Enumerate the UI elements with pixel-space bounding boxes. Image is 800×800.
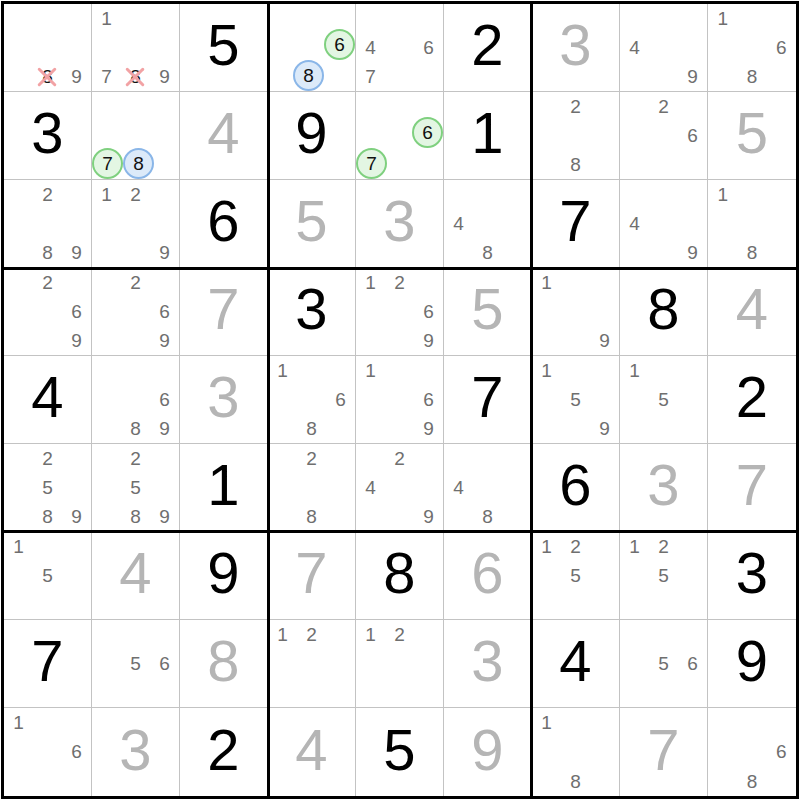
candidate-slot-2: 2	[297, 620, 326, 649]
candidate-2: 2	[570, 97, 581, 116]
candidate-5: 5	[570, 390, 581, 409]
sudoku-board: 8917895684672349168378496712826528912965…	[1, 1, 799, 799]
candidate-slot-5: 5	[33, 473, 62, 502]
candidate-slot-1: 1	[620, 356, 649, 385]
cell-r4c1[interactable]: 269	[4, 268, 92, 356]
pencil-marks: 168	[708, 4, 796, 91]
candidate-8-crossed: 8	[42, 67, 53, 86]
candidate-slot-8: 8	[297, 414, 326, 443]
candidate-9: 9	[423, 507, 434, 526]
cell-r1c8[interactable]: 49	[620, 4, 708, 92]
pencil-marks: 18	[708, 180, 796, 267]
candidate-9: 9	[599, 331, 610, 350]
candidate-slot-6: 6	[62, 297, 91, 326]
candidate-slot-2: 2	[561, 92, 590, 121]
cell-r7c2[interactable]: 4	[92, 532, 180, 620]
candidate-4: 4	[629, 38, 640, 57]
candidate-slot-9: 9	[150, 326, 179, 355]
candidate-2: 2	[394, 449, 405, 468]
candidate-2: 2	[658, 537, 669, 556]
candidate-9: 9	[687, 243, 698, 262]
cell-r8c5[interactable]: 12	[356, 620, 444, 708]
candidate-slot-2: 2	[649, 532, 678, 561]
cell-r8c4[interactable]: 12	[268, 620, 356, 708]
cell-value-given: 9	[180, 532, 267, 619]
cell-r5c7[interactable]: 159	[532, 356, 620, 444]
candidate-slot-9: 9	[590, 326, 619, 355]
candidate-1: 1	[101, 9, 112, 28]
candidate-1: 1	[365, 625, 376, 644]
cell-r2c9[interactable]: 5	[708, 92, 796, 180]
candidate-slot-5: 5	[649, 385, 678, 414]
candidate-slot-9: 9	[150, 414, 179, 443]
candidate-1: 1	[717, 185, 728, 204]
candidate-1: 1	[365, 273, 376, 292]
cell-r8c2[interactable]: 56	[92, 620, 180, 708]
cell-r3c3[interactable]: 6	[180, 180, 268, 268]
candidate-8: 8	[570, 155, 581, 174]
candidate-9: 9	[71, 507, 82, 526]
candidate-slot-5: 5	[121, 473, 150, 502]
candidate-6-circled-green: 6	[324, 29, 355, 60]
cell-r1c4[interactable]: 68	[268, 4, 356, 92]
candidate-slot-8: 8	[561, 767, 590, 796]
candidate-slot-9: 9	[414, 414, 443, 443]
candidate-6: 6	[159, 654, 170, 673]
cell-r5c9[interactable]: 2	[708, 356, 796, 444]
cell-r7c3[interactable]: 9	[180, 532, 268, 620]
cell-r8c6[interactable]: 3	[444, 620, 532, 708]
candidate-9: 9	[687, 67, 698, 86]
candidate-6: 6	[776, 742, 787, 761]
candidate-slot-6: 6	[324, 29, 355, 60]
candidate-slot-6: 6	[414, 385, 443, 414]
cell-r7c4[interactable]: 7	[268, 532, 356, 620]
candidate-slot-2: 2	[297, 444, 326, 473]
candidate-slot-7: 7	[92, 148, 123, 179]
candidate-1: 1	[541, 537, 552, 556]
cell-r4c9[interactable]: 4	[708, 268, 796, 356]
cell-value-solved: 7	[268, 532, 355, 619]
candidate-6: 6	[159, 302, 170, 321]
cell-value-given: 3	[268, 268, 355, 355]
candidate-slot-1: 1	[620, 532, 649, 561]
candidate-8: 8	[482, 507, 493, 526]
candidate-1: 1	[541, 713, 552, 732]
candidate-slot-9: 9	[150, 502, 179, 531]
cell-value-solved: 3	[620, 444, 707, 531]
cell-value-given: 7	[532, 180, 619, 267]
candidate-9: 9	[423, 419, 434, 438]
candidate-slot-7: 7	[356, 62, 385, 91]
cell-value-given: 1	[444, 92, 531, 179]
candidate-slot-8: 8	[473, 238, 502, 267]
cell-r2c8[interactable]: 26	[620, 92, 708, 180]
candidate-slot-5: 5	[121, 649, 150, 678]
candidate-slot-6: 6	[150, 297, 179, 326]
cell-r3c1[interactable]: 289	[4, 180, 92, 268]
pencil-marks: 15	[4, 532, 91, 619]
cell-r1c1[interactable]: 89	[4, 4, 92, 92]
cell-r4c2[interactable]: 269	[92, 268, 180, 356]
pencil-marks: 2589	[92, 444, 179, 531]
pencil-marks: 28	[268, 444, 355, 531]
cell-r2c4[interactable]: 9	[268, 92, 356, 180]
candidate-1: 1	[277, 625, 288, 644]
candidate-slot-2: 2	[121, 268, 150, 297]
candidate-slot-6: 6	[767, 737, 796, 766]
cell-r8c7[interactable]: 4	[532, 620, 620, 708]
candidate-8: 8	[482, 243, 493, 262]
candidate-2: 2	[394, 625, 405, 644]
cell-r7c9[interactable]: 3	[708, 532, 796, 620]
pencil-marks: 78	[92, 92, 179, 179]
candidate-1: 1	[101, 185, 112, 204]
candidate-slot-7: 7	[92, 62, 121, 91]
candidate-5: 5	[658, 566, 669, 585]
candidate-slot-4: 4	[620, 209, 649, 238]
candidate-5: 5	[658, 654, 669, 673]
cell-r5c1[interactable]: 4	[4, 356, 92, 444]
candidate-9: 9	[71, 67, 82, 86]
candidate-8: 8	[130, 419, 141, 438]
candidate-9: 9	[599, 419, 610, 438]
candidate-7-circled-green: 7	[356, 148, 387, 179]
candidate-slot-6: 6	[150, 385, 179, 414]
pencil-marks: 68	[268, 4, 355, 91]
cell-value-given: 4	[4, 356, 91, 443]
pencil-marks: 89	[4, 4, 91, 91]
pencil-marks: 67	[356, 92, 443, 179]
cell-r2c7[interactable]: 28	[532, 92, 620, 180]
pencil-marks: 19	[532, 268, 619, 355]
candidate-4: 4	[453, 214, 464, 233]
candidate-slot-1: 1	[268, 620, 297, 649]
candidate-5: 5	[130, 654, 141, 673]
candidate-8: 8	[570, 772, 581, 791]
candidate-slot-5: 5	[561, 561, 590, 590]
cell-r6c4[interactable]: 28	[268, 444, 356, 532]
cell-r9c8[interactable]: 7	[620, 708, 708, 796]
cell-r3c8[interactable]: 49	[620, 180, 708, 268]
candidate-slot-1: 1	[4, 708, 33, 737]
cell-r8c3[interactable]: 8	[180, 620, 268, 708]
candidate-2: 2	[306, 625, 317, 644]
cell-r5c8[interactable]: 15	[620, 356, 708, 444]
candidate-2: 2	[42, 273, 53, 292]
candidate-slot-8: 8	[737, 767, 766, 796]
cell-value-solved: 3	[444, 620, 531, 707]
candidate-slot-1: 1	[268, 356, 297, 385]
candidate-slot-9: 9	[678, 62, 707, 91]
candidate-6: 6	[159, 390, 170, 409]
candidate-slot-9: 9	[414, 326, 443, 355]
pencil-marks: 18	[532, 708, 619, 796]
candidate-slot-1: 1	[532, 708, 561, 737]
cell-r6c1[interactable]: 2589	[4, 444, 92, 532]
candidate-6: 6	[71, 302, 82, 321]
cell-value-given: 3	[4, 92, 91, 179]
candidate-6: 6	[423, 390, 434, 409]
cell-value-solved: 6	[444, 532, 531, 619]
candidate-slot-9: 9	[62, 62, 91, 91]
candidate-6: 6	[423, 38, 434, 57]
candidate-slot-4: 4	[444, 473, 473, 502]
pencil-marks: 26	[620, 92, 707, 179]
candidate-4: 4	[365, 38, 376, 57]
cell-r6c5[interactable]: 249	[356, 444, 444, 532]
cell-r8c1[interactable]: 7	[4, 620, 92, 708]
candidate-slot-8: 8	[123, 148, 154, 179]
candidate-8: 8	[42, 507, 53, 526]
candidate-9: 9	[71, 331, 82, 350]
cell-r4c8[interactable]: 8	[620, 268, 708, 356]
pencil-marks: 249	[356, 444, 443, 531]
candidate-4: 4	[453, 478, 464, 497]
candidate-slot-8: 8	[561, 150, 590, 179]
candidate-1: 1	[541, 273, 552, 292]
candidate-slot-9: 9	[62, 238, 91, 267]
cell-r3c6[interactable]: 48	[444, 180, 532, 268]
candidate-slot-4: 4	[356, 473, 385, 502]
pencil-marks: 169	[356, 356, 443, 443]
candidate-slot-2: 2	[385, 268, 414, 297]
candidate-7-circled-green: 7	[92, 148, 123, 179]
cell-value-solved: 5	[444, 268, 531, 355]
cell-value-solved: 9	[444, 708, 531, 796]
cell-value-given: 6	[180, 180, 267, 267]
cell-r4c4[interactable]: 3	[268, 268, 356, 356]
candidate-slot-2: 2	[33, 268, 62, 297]
candidate-1: 1	[365, 361, 376, 380]
cell-r4c6[interactable]: 5	[444, 268, 532, 356]
cell-r3c7[interactable]: 7	[532, 180, 620, 268]
candidate-9: 9	[159, 67, 170, 86]
cell-r5c4[interactable]: 168	[268, 356, 356, 444]
cell-r3c9[interactable]: 18	[708, 180, 796, 268]
candidate-5: 5	[130, 478, 141, 497]
pencil-marks: 28	[532, 92, 619, 179]
candidate-9: 9	[159, 331, 170, 350]
cell-r2c1[interactable]: 3	[4, 92, 92, 180]
cell-r1c7[interactable]: 3	[532, 4, 620, 92]
candidate-slot-1: 1	[532, 532, 561, 561]
cell-value-given: 7	[4, 620, 91, 707]
candidate-8: 8	[306, 507, 317, 526]
candidate-9: 9	[159, 507, 170, 526]
candidate-slot-9: 9	[678, 238, 707, 267]
cell-value-solved: 8	[180, 620, 267, 707]
pencil-marks: 269	[4, 268, 91, 355]
cell-value-given: 2	[708, 356, 796, 443]
candidate-6-circled-green: 6	[412, 117, 443, 148]
candidate-slot-6: 6	[326, 385, 355, 414]
cell-value-given: 8	[356, 532, 443, 619]
cell-r7c7[interactable]: 125	[532, 532, 620, 620]
candidate-slot-2: 2	[121, 180, 150, 209]
candidate-6: 6	[776, 38, 787, 57]
candidate-9: 9	[423, 331, 434, 350]
pencil-marks: 159	[532, 356, 619, 443]
candidate-slot-8: 8	[121, 62, 150, 91]
candidate-8: 8	[130, 507, 141, 526]
cell-r1c9[interactable]: 168	[708, 4, 796, 92]
cell-r9c6[interactable]: 9	[444, 708, 532, 796]
cell-r4c5[interactable]: 1269	[356, 268, 444, 356]
candidate-slot-6: 6	[62, 737, 91, 766]
cell-r1c3[interactable]: 5	[180, 4, 268, 92]
cell-r2c6[interactable]: 1	[444, 92, 532, 180]
cell-r1c6[interactable]: 2	[444, 4, 532, 92]
candidate-slot-1: 1	[356, 268, 385, 297]
candidate-6: 6	[687, 654, 698, 673]
cell-r6c9[interactable]: 7	[708, 444, 796, 532]
candidate-8: 8	[747, 67, 758, 86]
candidate-slot-7: 7	[356, 148, 387, 179]
candidate-slot-6: 6	[150, 649, 179, 678]
cell-value-solved: 3	[356, 180, 443, 267]
candidate-slot-5: 5	[561, 385, 590, 414]
candidate-slot-9: 9	[62, 502, 91, 531]
candidate-slot-9: 9	[150, 238, 179, 267]
cell-r6c2[interactable]: 2589	[92, 444, 180, 532]
cell-value-solved: 5	[708, 92, 796, 179]
candidate-slot-6: 6	[678, 649, 707, 678]
cell-r1c2[interactable]: 1789	[92, 4, 180, 92]
cell-r2c5[interactable]: 67	[356, 92, 444, 180]
cell-r1c5[interactable]: 467	[356, 4, 444, 92]
pencil-marks: 16	[4, 708, 91, 796]
candidate-7: 7	[365, 67, 376, 86]
candidate-slot-1: 1	[356, 620, 385, 649]
candidate-slot-1: 1	[532, 268, 561, 297]
cell-value-solved: 3	[180, 356, 267, 443]
candidate-slot-9: 9	[414, 502, 443, 531]
cell-r4c7[interactable]: 19	[532, 268, 620, 356]
candidate-slot-2: 2	[33, 444, 62, 473]
candidate-slot-8: 8	[121, 414, 150, 443]
cell-value-solved: 3	[532, 4, 619, 91]
candidate-slot-1: 1	[92, 180, 121, 209]
candidate-5: 5	[42, 478, 53, 497]
cell-value-given: 1	[180, 444, 267, 531]
cell-r6c7[interactable]: 6	[532, 444, 620, 532]
cell-r9c3[interactable]: 2	[180, 708, 268, 796]
cell-value-solved: 4	[180, 92, 267, 179]
cell-value-given: 5	[180, 4, 267, 91]
cell-r3c2[interactable]: 129	[92, 180, 180, 268]
candidate-2: 2	[130, 273, 141, 292]
cell-value-given: 2	[180, 708, 267, 796]
cell-r7c5[interactable]: 8	[356, 532, 444, 620]
cell-r5c6[interactable]: 7	[444, 356, 532, 444]
cell-r9c4[interactable]: 4	[268, 708, 356, 796]
cell-r9c1[interactable]: 16	[4, 708, 92, 796]
candidate-5: 5	[42, 566, 53, 585]
pencil-marks: 56	[92, 620, 179, 707]
candidate-4: 4	[629, 214, 640, 233]
cell-r2c2[interactable]: 78	[92, 92, 180, 180]
candidate-2: 2	[42, 185, 53, 204]
candidate-slot-1: 1	[92, 4, 121, 33]
cell-value-given: 9	[708, 620, 796, 707]
candidate-slot-8: 8	[297, 502, 326, 531]
cell-r5c3[interactable]: 3	[180, 356, 268, 444]
candidate-slot-5: 5	[649, 561, 678, 590]
cell-value-solved: 4	[708, 268, 796, 355]
candidate-slot-2: 2	[385, 444, 414, 473]
candidate-slot-8: 8	[33, 62, 62, 91]
cell-r9c9[interactable]: 68	[708, 708, 796, 796]
pencil-marks: 12	[356, 620, 443, 707]
cell-value-given: 6	[532, 444, 619, 531]
cell-r7c1[interactable]: 15	[4, 532, 92, 620]
candidate-1: 1	[629, 537, 640, 556]
candidate-slot-8: 8	[737, 62, 766, 91]
cell-r9c5[interactable]: 5	[356, 708, 444, 796]
cell-value-given: 2	[444, 4, 531, 91]
cell-r6c3[interactable]: 1	[180, 444, 268, 532]
pencil-marks: 1269	[356, 268, 443, 355]
cell-r7c6[interactable]: 6	[444, 532, 532, 620]
cell-r3c5[interactable]: 3	[356, 180, 444, 268]
cell-value-solved: 4	[268, 708, 355, 796]
cell-r9c2[interactable]: 3	[92, 708, 180, 796]
candidate-6: 6	[687, 126, 698, 145]
cell-value-given: 8	[620, 268, 707, 355]
cell-r2c3[interactable]: 4	[180, 92, 268, 180]
pencil-marks: 289	[4, 180, 91, 267]
candidate-2: 2	[42, 449, 53, 468]
candidate-slot-1: 1	[708, 180, 737, 209]
candidate-8: 8	[747, 243, 758, 262]
candidate-5: 5	[658, 390, 669, 409]
candidate-slot-2: 2	[561, 532, 590, 561]
cell-r6c6[interactable]: 48	[444, 444, 532, 532]
cell-r5c2[interactable]: 689	[92, 356, 180, 444]
candidate-5: 5	[570, 566, 581, 585]
candidate-slot-8: 8	[33, 238, 62, 267]
candidate-2: 2	[130, 185, 141, 204]
candidate-1: 1	[13, 713, 24, 732]
cell-r4c3[interactable]: 7	[180, 268, 268, 356]
candidate-9: 9	[71, 243, 82, 262]
candidate-2: 2	[394, 273, 405, 292]
cell-r8c8[interactable]: 56	[620, 620, 708, 708]
candidate-6: 6	[335, 390, 346, 409]
candidate-1: 1	[541, 361, 552, 380]
cell-r3c4[interactable]: 5	[268, 180, 356, 268]
cell-value-given: 9	[268, 92, 355, 179]
cell-r8c9[interactable]: 9	[708, 620, 796, 708]
pencil-marks: 48	[444, 180, 531, 267]
candidate-slot-8: 8	[293, 60, 324, 91]
candidate-slot-6: 6	[412, 117, 443, 148]
candidate-8: 8	[42, 243, 53, 262]
pencil-marks: 1789	[92, 4, 179, 91]
cell-r7c8[interactable]: 125	[620, 532, 708, 620]
candidate-slot-6: 6	[414, 297, 443, 326]
candidate-8: 8	[306, 419, 317, 438]
cell-value-solved: 7	[620, 708, 707, 796]
cell-r9c7[interactable]: 18	[532, 708, 620, 796]
cell-r5c5[interactable]: 169	[356, 356, 444, 444]
candidate-slot-8: 8	[473, 502, 502, 531]
candidate-slot-2: 2	[649, 92, 678, 121]
cell-r6c8[interactable]: 3	[620, 444, 708, 532]
candidate-slot-9: 9	[590, 414, 619, 443]
cell-value-given: 4	[532, 620, 619, 707]
